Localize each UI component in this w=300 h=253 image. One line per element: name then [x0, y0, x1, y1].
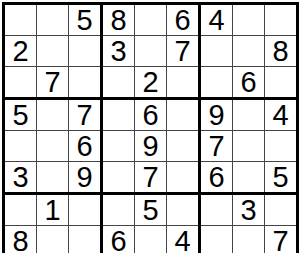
- cell-r6c1[interactable]: 3: [5, 162, 36, 192]
- cell-r8c1[interactable]: 8: [5, 226, 36, 253]
- cell-r7c6[interactable]: [167, 195, 198, 225]
- cell-r3c6[interactable]: [167, 67, 198, 97]
- box-8: 564: [103, 195, 198, 253]
- cell-r6c5[interactable]: 7: [135, 162, 166, 192]
- cell-r4c6[interactable]: [167, 100, 198, 130]
- cell-r7c7[interactable]: [201, 195, 232, 225]
- cell-r1c5[interactable]: [135, 5, 166, 35]
- cell-r2c4[interactable]: 3: [103, 36, 134, 66]
- cell-r4c9[interactable]: 4: [265, 100, 296, 130]
- cell-r7c2[interactable]: 1: [37, 195, 68, 225]
- cell-r6c8[interactable]: [233, 162, 264, 192]
- cell-r1c4[interactable]: 8: [103, 5, 134, 35]
- cell-r2c6[interactable]: 7: [167, 36, 198, 66]
- cell-r4c3[interactable]: 7: [69, 100, 100, 130]
- cell-r1c8[interactable]: [233, 5, 264, 35]
- box-1: 527: [5, 5, 100, 97]
- cell-r5c6[interactable]: [167, 131, 198, 161]
- box-2: 86372: [103, 5, 198, 97]
- cell-r2c5[interactable]: [135, 36, 166, 66]
- box-7: 18: [5, 195, 100, 253]
- cell-r7c4[interactable]: [103, 195, 134, 225]
- cell-r3c2[interactable]: 7: [37, 67, 68, 97]
- cell-r8c5[interactable]: [135, 226, 166, 253]
- cell-r4c4[interactable]: [103, 100, 134, 130]
- cell-r6c2[interactable]: [37, 162, 68, 192]
- cell-r7c1[interactable]: [5, 195, 36, 225]
- cell-r5c7[interactable]: 7: [201, 131, 232, 161]
- cell-r6c3[interactable]: 9: [69, 162, 100, 192]
- cell-r2c3[interactable]: [69, 36, 100, 66]
- cell-r3c1[interactable]: [5, 67, 36, 97]
- cell-r8c4[interactable]: 6: [103, 226, 134, 253]
- cell-r8c7[interactable]: [201, 226, 232, 253]
- cell-r1c1[interactable]: [5, 5, 36, 35]
- cell-r5c8[interactable]: [233, 131, 264, 161]
- cell-r6c9[interactable]: 5: [265, 162, 296, 192]
- cell-r8c2[interactable]: [37, 226, 68, 253]
- cell-r5c9[interactable]: [265, 131, 296, 161]
- cell-r5c5[interactable]: 9: [135, 131, 166, 161]
- cell-r6c6[interactable]: [167, 162, 198, 192]
- cell-r3c7[interactable]: [201, 67, 232, 97]
- cell-r7c9[interactable]: [265, 195, 296, 225]
- cell-r8c3[interactable]: [69, 226, 100, 253]
- cell-r3c4[interactable]: [103, 67, 134, 97]
- cell-r4c2[interactable]: [37, 100, 68, 130]
- cell-r6c7[interactable]: 6: [201, 162, 232, 192]
- cell-r7c8[interactable]: 3: [233, 195, 264, 225]
- cell-r8c9[interactable]: 7: [265, 226, 296, 253]
- cell-r6c4[interactable]: [103, 162, 134, 192]
- cell-r2c8[interactable]: [233, 36, 264, 66]
- cell-r5c1[interactable]: [5, 131, 36, 161]
- cell-r3c3[interactable]: [69, 67, 100, 97]
- cell-r4c8[interactable]: [233, 100, 264, 130]
- cell-r8c6[interactable]: 4: [167, 226, 198, 253]
- sudoku-board: 5278637248657639697947651856437: [2, 2, 299, 253]
- cell-r2c1[interactable]: 2: [5, 36, 36, 66]
- cell-r2c7[interactable]: [201, 36, 232, 66]
- cell-r7c5[interactable]: 5: [135, 195, 166, 225]
- cell-r1c3[interactable]: 5: [69, 5, 100, 35]
- cell-r3c9[interactable]: [265, 67, 296, 97]
- cell-r5c2[interactable]: [37, 131, 68, 161]
- cell-r7c3[interactable]: [69, 195, 100, 225]
- box-6: 94765: [201, 100, 296, 192]
- cell-r1c6[interactable]: 6: [167, 5, 198, 35]
- box-9: 37: [201, 195, 296, 253]
- cell-r5c4[interactable]: [103, 131, 134, 161]
- cell-r4c7[interactable]: 9: [201, 100, 232, 130]
- cell-r4c1[interactable]: 5: [5, 100, 36, 130]
- cell-r8c8[interactable]: [233, 226, 264, 253]
- cell-r3c5[interactable]: 2: [135, 67, 166, 97]
- cell-r5c3[interactable]: 6: [69, 131, 100, 161]
- cell-r1c7[interactable]: 4: [201, 5, 232, 35]
- box-5: 697: [103, 100, 198, 192]
- box-3: 486: [201, 5, 296, 97]
- cell-r3c8[interactable]: 6: [233, 67, 264, 97]
- cell-r2c2[interactable]: [37, 36, 68, 66]
- cell-r2c9[interactable]: 8: [265, 36, 296, 66]
- box-4: 57639: [5, 100, 100, 192]
- cell-r4c5[interactable]: 6: [135, 100, 166, 130]
- cell-r1c2[interactable]: [37, 5, 68, 35]
- cell-r1c9[interactable]: [265, 5, 296, 35]
- sudoku-screenshot: 5278637248657639697947651856437: [0, 0, 300, 253]
